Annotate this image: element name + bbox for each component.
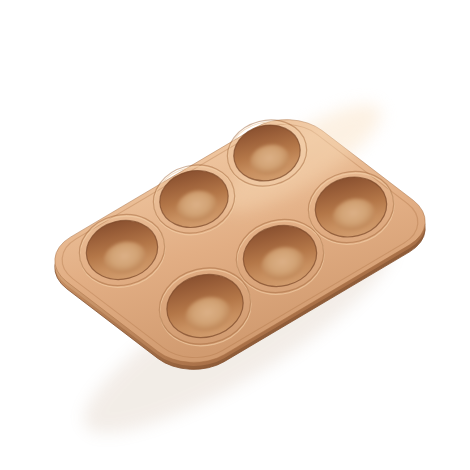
muffin-pan-illustration xyxy=(0,0,470,470)
product-photo xyxy=(0,0,470,470)
